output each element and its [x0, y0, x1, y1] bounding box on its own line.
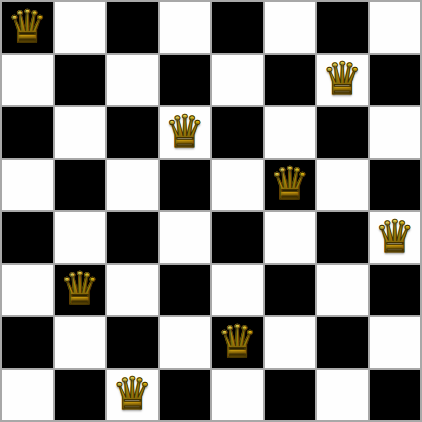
gold-queen-piece: ♛	[322, 56, 362, 101]
chess-board-wrapper: ♛♛♛♛♛♛♛♛	[0, 0, 422, 422]
square-g3[interactable]	[317, 265, 368, 316]
square-b8[interactable]	[55, 2, 106, 53]
gold-queen-piece: ♛	[165, 109, 205, 154]
gold-queen-piece: ♛	[217, 319, 257, 364]
square-f4[interactable]	[265, 212, 316, 263]
square-b5[interactable]	[55, 160, 106, 211]
square-d1[interactable]	[160, 370, 211, 421]
chess-board: ♛♛♛♛♛♛♛♛	[0, 0, 422, 422]
square-h6[interactable]	[370, 107, 421, 158]
square-e8[interactable]	[212, 2, 263, 53]
square-h5[interactable]	[370, 160, 421, 211]
square-c3[interactable]	[107, 265, 158, 316]
square-g1[interactable]	[317, 370, 368, 421]
square-c4[interactable]	[107, 212, 158, 263]
gold-queen-piece: ♛	[7, 4, 47, 49]
square-d5[interactable]	[160, 160, 211, 211]
square-f7[interactable]	[265, 55, 316, 106]
square-g6[interactable]	[317, 107, 368, 158]
square-e7[interactable]	[212, 55, 263, 106]
square-c2[interactable]	[107, 317, 158, 368]
square-b1[interactable]	[55, 370, 106, 421]
gold-queen-piece: ♛	[112, 371, 152, 416]
square-g5[interactable]	[317, 160, 368, 211]
square-d4[interactable]	[160, 212, 211, 263]
square-g2[interactable]	[317, 317, 368, 368]
square-b4[interactable]	[55, 212, 106, 263]
square-d3[interactable]	[160, 265, 211, 316]
square-f3[interactable]	[265, 265, 316, 316]
square-d8[interactable]	[160, 2, 211, 53]
square-h7[interactable]	[370, 55, 421, 106]
square-d6[interactable]: ♛	[160, 107, 211, 158]
square-f2[interactable]	[265, 317, 316, 368]
square-e5[interactable]	[212, 160, 263, 211]
square-b3[interactable]: ♛	[55, 265, 106, 316]
gold-queen-piece: ♛	[375, 214, 415, 259]
square-f6[interactable]	[265, 107, 316, 158]
gold-queen-piece: ♛	[270, 161, 310, 206]
square-b7[interactable]	[55, 55, 106, 106]
square-a8[interactable]: ♛	[2, 2, 53, 53]
square-c5[interactable]	[107, 160, 158, 211]
square-a3[interactable]	[2, 265, 53, 316]
square-g8[interactable]	[317, 2, 368, 53]
square-h4[interactable]: ♛	[370, 212, 421, 263]
square-h1[interactable]	[370, 370, 421, 421]
square-a6[interactable]	[2, 107, 53, 158]
square-c1[interactable]: ♛	[107, 370, 158, 421]
square-e3[interactable]	[212, 265, 263, 316]
square-f5[interactable]: ♛	[265, 160, 316, 211]
square-f8[interactable]	[265, 2, 316, 53]
square-c6[interactable]	[107, 107, 158, 158]
square-e1[interactable]	[212, 370, 263, 421]
square-g4[interactable]	[317, 212, 368, 263]
gold-queen-piece: ♛	[60, 266, 100, 311]
square-h3[interactable]	[370, 265, 421, 316]
square-a1[interactable]	[2, 370, 53, 421]
square-e2[interactable]: ♛	[212, 317, 263, 368]
square-b2[interactable]	[55, 317, 106, 368]
square-d2[interactable]	[160, 317, 211, 368]
square-a5[interactable]	[2, 160, 53, 211]
square-c7[interactable]	[107, 55, 158, 106]
square-g7[interactable]: ♛	[317, 55, 368, 106]
square-f1[interactable]	[265, 370, 316, 421]
square-e4[interactable]	[212, 212, 263, 263]
square-b6[interactable]	[55, 107, 106, 158]
square-c8[interactable]	[107, 2, 158, 53]
square-h2[interactable]	[370, 317, 421, 368]
square-e6[interactable]	[212, 107, 263, 158]
square-h8[interactable]	[370, 2, 421, 53]
square-d7[interactable]	[160, 55, 211, 106]
square-a2[interactable]	[2, 317, 53, 368]
square-a7[interactable]	[2, 55, 53, 106]
square-a4[interactable]	[2, 212, 53, 263]
